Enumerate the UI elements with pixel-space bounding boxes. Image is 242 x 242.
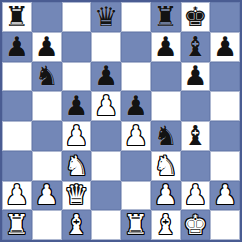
- white-pawn-g2[interactable]: ♟: [183, 181, 207, 211]
- black-pawn-d6[interactable]: ♟: [94, 62, 118, 92]
- square-b1[interactable]: [32, 210, 62, 240]
- black-pawn-g6[interactable]: ♟: [183, 62, 207, 92]
- square-e3[interactable]: [121, 151, 151, 181]
- square-d1[interactable]: [91, 210, 121, 240]
- square-a3[interactable]: [2, 151, 32, 181]
- square-e8[interactable]: [121, 2, 151, 32]
- square-g4[interactable]: ♝: [181, 121, 211, 151]
- black-pawn-b7[interactable]: ♟: [35, 32, 59, 62]
- white-bishop-c1[interactable]: ♝: [64, 210, 88, 240]
- black-pawn-h7[interactable]: ♟: [213, 32, 237, 62]
- square-e4[interactable]: ♟: [121, 121, 151, 151]
- square-f6[interactable]: [151, 62, 181, 92]
- square-f8[interactable]: ♜: [151, 2, 181, 32]
- square-d4[interactable]: [91, 121, 121, 151]
- white-king-g1[interactable]: ♚: [183, 210, 207, 240]
- square-d3[interactable]: [91, 151, 121, 181]
- square-a1[interactable]: ♜: [2, 210, 32, 240]
- square-g1[interactable]: ♚: [181, 210, 211, 240]
- square-a8[interactable]: ♜: [2, 2, 32, 32]
- square-e2[interactable]: [121, 181, 151, 211]
- square-h2[interactable]: ♟: [210, 181, 240, 211]
- black-knight-b6[interactable]: ♞: [35, 62, 59, 92]
- square-b7[interactable]: ♟: [32, 32, 62, 62]
- square-h5[interactable]: [210, 91, 240, 121]
- square-f5[interactable]: [151, 91, 181, 121]
- square-g8[interactable]: ♚: [181, 2, 211, 32]
- square-d7[interactable]: [91, 32, 121, 62]
- square-e7[interactable]: [121, 32, 151, 62]
- black-bishop-g7[interactable]: ♝: [183, 32, 207, 62]
- square-h3[interactable]: [210, 151, 240, 181]
- square-a4[interactable]: [2, 121, 32, 151]
- square-c3[interactable]: ♞: [62, 151, 92, 181]
- black-rook-a8[interactable]: ♜: [5, 2, 29, 32]
- square-d6[interactable]: ♟: [91, 62, 121, 92]
- square-b2[interactable]: ♟: [32, 181, 62, 211]
- black-knight-f4[interactable]: ♞: [154, 121, 178, 151]
- black-queen-d8[interactable]: ♛: [94, 2, 118, 32]
- square-d8[interactable]: ♛: [91, 2, 121, 32]
- white-bishop-f1[interactable]: ♝: [154, 210, 178, 240]
- square-b8[interactable]: [32, 2, 62, 32]
- square-f2[interactable]: ♟: [151, 181, 181, 211]
- square-f1[interactable]: ♝: [151, 210, 181, 240]
- white-rook-e1[interactable]: ♜: [124, 210, 148, 240]
- square-e5[interactable]: ♟: [121, 91, 151, 121]
- chess-board: ♜♛♜♚♟♟♟♝♟♞♟♟♟♟♟♟♟♞♝♞♞♟♟♛♟♟♟♜♝♜♝♚: [0, 0, 242, 242]
- white-pawn-d5[interactable]: ♟: [94, 91, 118, 121]
- square-f3[interactable]: ♞: [151, 151, 181, 181]
- black-pawn-e5[interactable]: ♟: [124, 91, 148, 121]
- square-h4[interactable]: [210, 121, 240, 151]
- square-a7[interactable]: ♟: [2, 32, 32, 62]
- square-c2[interactable]: ♛: [62, 181, 92, 211]
- square-g7[interactable]: ♝: [181, 32, 211, 62]
- square-a2[interactable]: ♟: [2, 181, 32, 211]
- square-h8[interactable]: [210, 2, 240, 32]
- black-rook-f8[interactable]: ♜: [154, 2, 178, 32]
- square-f4[interactable]: ♞: [151, 121, 181, 151]
- square-c1[interactable]: ♝: [62, 210, 92, 240]
- white-pawn-c4[interactable]: ♟: [64, 121, 88, 151]
- square-c4[interactable]: ♟: [62, 121, 92, 151]
- white-pawn-a2[interactable]: ♟: [5, 181, 29, 211]
- black-bishop-g4[interactable]: ♝: [183, 121, 207, 151]
- square-c8[interactable]: [62, 2, 92, 32]
- square-b5[interactable]: [32, 91, 62, 121]
- black-pawn-a7[interactable]: ♟: [5, 32, 29, 62]
- white-knight-c3[interactable]: ♞: [64, 151, 88, 181]
- black-king-g8[interactable]: ♚: [183, 2, 207, 32]
- square-h6[interactable]: [210, 62, 240, 92]
- square-a5[interactable]: [2, 91, 32, 121]
- white-knight-f3[interactable]: ♞: [154, 151, 178, 181]
- square-b4[interactable]: [32, 121, 62, 151]
- square-g5[interactable]: [181, 91, 211, 121]
- white-pawn-h2[interactable]: ♟: [213, 181, 237, 211]
- white-pawn-e4[interactable]: ♟: [124, 121, 148, 151]
- black-pawn-c5[interactable]: ♟: [64, 91, 88, 121]
- square-a6[interactable]: [2, 62, 32, 92]
- square-g2[interactable]: ♟: [181, 181, 211, 211]
- square-c5[interactable]: ♟: [62, 91, 92, 121]
- square-g3[interactable]: [181, 151, 211, 181]
- square-g6[interactable]: ♟: [181, 62, 211, 92]
- white-pawn-b2[interactable]: ♟: [35, 181, 59, 211]
- white-queen-c2[interactable]: ♛: [64, 181, 88, 211]
- black-pawn-f7[interactable]: ♟: [154, 32, 178, 62]
- square-b6[interactable]: ♞: [32, 62, 62, 92]
- square-e1[interactable]: ♜: [121, 210, 151, 240]
- square-f7[interactable]: ♟: [151, 32, 181, 62]
- white-pawn-f2[interactable]: ♟: [154, 181, 178, 211]
- white-rook-a1[interactable]: ♜: [5, 210, 29, 240]
- square-d2[interactable]: [91, 181, 121, 211]
- square-h7[interactable]: ♟: [210, 32, 240, 62]
- square-c6[interactable]: [62, 62, 92, 92]
- square-d5[interactable]: ♟: [91, 91, 121, 121]
- square-c7[interactable]: [62, 32, 92, 62]
- square-b3[interactable]: [32, 151, 62, 181]
- square-h1[interactable]: [210, 210, 240, 240]
- square-e6[interactable]: [121, 62, 151, 92]
